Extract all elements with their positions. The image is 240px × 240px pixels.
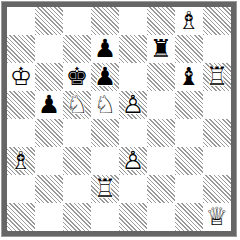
square-d8[interactable] — [91, 7, 119, 35]
square-g4[interactable] — [175, 119, 203, 147]
piece-black-pawn: ♟ — [91, 63, 119, 91]
piece-white-bishop: ♗ — [175, 7, 203, 35]
square-f3[interactable] — [147, 147, 175, 175]
square-h3[interactable] — [203, 147, 231, 175]
square-g7[interactable] — [175, 35, 203, 63]
square-b3[interactable] — [35, 147, 63, 175]
white-queen-fill: ♛ — [203, 203, 231, 231]
white-pawn-fill: ♟ — [119, 91, 147, 119]
square-d5[interactable]: ♞♘ — [91, 91, 119, 119]
square-d4[interactable] — [91, 119, 119, 147]
square-h6[interactable]: ♜♖ — [203, 63, 231, 91]
square-e7[interactable] — [119, 35, 147, 63]
square-f1[interactable] — [147, 203, 175, 231]
piece-white-pawn: ♙ — [119, 147, 147, 175]
square-g6[interactable]: ♝ — [175, 63, 203, 91]
chess-board: ♝♗♟♜♚♔♚♟♝♜♖♟♞♘♞♘♟♙♝♗♟♙♜♖♛♕ — [7, 7, 231, 231]
square-h4[interactable] — [203, 119, 231, 147]
square-a6[interactable]: ♚♔ — [7, 63, 35, 91]
piece-white-queen: ♕ — [203, 203, 231, 231]
piece-black-king: ♚ — [63, 63, 91, 91]
piece-white-knight: ♘ — [63, 91, 91, 119]
square-a2[interactable] — [7, 175, 35, 203]
square-f2[interactable] — [147, 175, 175, 203]
piece-black-bishop: ♝ — [175, 63, 203, 91]
square-b8[interactable] — [35, 7, 63, 35]
square-a3[interactable]: ♝♗ — [7, 147, 35, 175]
square-e1[interactable] — [119, 203, 147, 231]
square-b1[interactable] — [35, 203, 63, 231]
piece-black-rook: ♜ — [147, 35, 175, 63]
square-c7[interactable] — [63, 35, 91, 63]
square-h1[interactable]: ♛♕ — [203, 203, 231, 231]
square-h5[interactable] — [203, 91, 231, 119]
square-c1[interactable] — [63, 203, 91, 231]
square-h8[interactable] — [203, 7, 231, 35]
square-f5[interactable] — [147, 91, 175, 119]
piece-white-rook: ♖ — [91, 175, 119, 203]
square-c8[interactable] — [63, 7, 91, 35]
square-a7[interactable] — [7, 35, 35, 63]
square-h7[interactable] — [203, 35, 231, 63]
piece-white-pawn: ♙ — [119, 91, 147, 119]
white-bishop-fill: ♝ — [7, 147, 35, 175]
square-e6[interactable] — [119, 63, 147, 91]
square-c3[interactable] — [63, 147, 91, 175]
square-e2[interactable] — [119, 175, 147, 203]
white-knight-fill: ♞ — [63, 91, 91, 119]
square-h2[interactable] — [203, 175, 231, 203]
white-bishop-fill: ♝ — [175, 7, 203, 35]
piece-black-pawn: ♟ — [35, 91, 63, 119]
white-king-fill: ♚ — [7, 63, 35, 91]
square-g8[interactable]: ♝♗ — [175, 7, 203, 35]
square-b2[interactable] — [35, 175, 63, 203]
square-g3[interactable] — [175, 147, 203, 175]
square-e5[interactable]: ♟♙ — [119, 91, 147, 119]
square-c4[interactable] — [63, 119, 91, 147]
square-d3[interactable] — [91, 147, 119, 175]
piece-white-king: ♔ — [7, 63, 35, 91]
square-b4[interactable] — [35, 119, 63, 147]
square-e3[interactable]: ♟♙ — [119, 147, 147, 175]
square-a5[interactable] — [7, 91, 35, 119]
board-frame: ♝♗♟♜♚♔♚♟♝♜♖♟♞♘♞♘♟♙♝♗♟♙♜♖♛♕ — [2, 2, 236, 236]
square-f7[interactable]: ♜ — [147, 35, 175, 63]
square-d6[interactable]: ♟ — [91, 63, 119, 91]
square-g5[interactable] — [175, 91, 203, 119]
white-pawn-fill: ♟ — [119, 147, 147, 175]
piece-black-pawn: ♟ — [91, 35, 119, 63]
square-c5[interactable]: ♞♘ — [63, 91, 91, 119]
square-b5[interactable]: ♟ — [35, 91, 63, 119]
square-f6[interactable] — [147, 63, 175, 91]
square-d2[interactable]: ♜♖ — [91, 175, 119, 203]
square-f8[interactable] — [147, 7, 175, 35]
square-c6[interactable]: ♚ — [63, 63, 91, 91]
square-e8[interactable] — [119, 7, 147, 35]
square-b7[interactable] — [35, 35, 63, 63]
square-g1[interactable] — [175, 203, 203, 231]
square-g2[interactable] — [175, 175, 203, 203]
square-d1[interactable] — [91, 203, 119, 231]
piece-white-bishop: ♗ — [7, 147, 35, 175]
square-a4[interactable] — [7, 119, 35, 147]
square-a8[interactable] — [7, 7, 35, 35]
square-f4[interactable] — [147, 119, 175, 147]
square-d7[interactable]: ♟ — [91, 35, 119, 63]
square-c2[interactable] — [63, 175, 91, 203]
square-b6[interactable] — [35, 63, 63, 91]
white-knight-fill: ♞ — [91, 91, 119, 119]
square-a1[interactable] — [7, 203, 35, 231]
white-rook-fill: ♜ — [91, 175, 119, 203]
square-e4[interactable] — [119, 119, 147, 147]
piece-white-knight: ♘ — [91, 91, 119, 119]
piece-white-rook: ♖ — [203, 63, 231, 91]
white-rook-fill: ♜ — [203, 63, 231, 91]
